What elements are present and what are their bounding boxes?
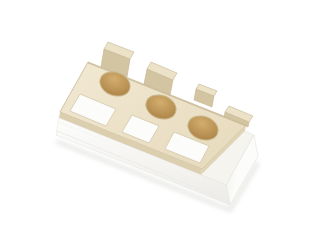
back-pad-tab <box>194 84 217 107</box>
product-photo-canvas <box>0 0 323 243</box>
component-photo <box>0 0 323 243</box>
